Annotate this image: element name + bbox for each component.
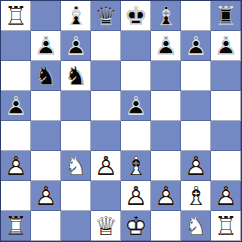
square-h2[interactable]: ♟: [211, 181, 241, 211]
square-e5[interactable]: ♟: [121, 91, 151, 121]
black-rook[interactable]: ♜: [214, 3, 237, 29]
square-h4[interactable]: [211, 121, 241, 151]
white-rook[interactable]: ♜: [4, 213, 27, 239]
chess-board: ♜♝♛♚♝♜♟♟♟♟♟♞♞♟♟♟♞♟♝♟♟♟♟♝♟♜♛♚♞♜: [0, 0, 242, 242]
square-a6[interactable]: [1, 61, 31, 91]
white-bishop[interactable]: ♝: [184, 183, 207, 209]
square-h7[interactable]: ♟: [211, 31, 241, 61]
white-pawn[interactable]: ♟: [214, 183, 237, 209]
square-c2[interactable]: [61, 181, 91, 211]
black-knight[interactable]: ♞: [34, 63, 57, 89]
black-pawn[interactable]: ♟: [214, 33, 237, 59]
square-b8[interactable]: [31, 1, 61, 31]
square-f1[interactable]: [151, 211, 181, 241]
square-e8[interactable]: ♚: [121, 1, 151, 31]
black-pawn[interactable]: ♟: [34, 33, 57, 59]
square-a3[interactable]: ♟: [1, 151, 31, 181]
square-c3[interactable]: ♞: [61, 151, 91, 181]
white-pawn[interactable]: ♟: [184, 153, 207, 179]
square-g7[interactable]: ♟: [181, 31, 211, 61]
black-pawn[interactable]: ♟: [124, 93, 147, 119]
white-king[interactable]: ♚: [124, 213, 147, 239]
square-d4[interactable]: [91, 121, 121, 151]
square-a7[interactable]: [1, 31, 31, 61]
square-f3[interactable]: [151, 151, 181, 181]
square-d6[interactable]: [91, 61, 121, 91]
square-f2[interactable]: ♟: [151, 181, 181, 211]
square-a5[interactable]: ♟: [1, 91, 31, 121]
square-g5[interactable]: [181, 91, 211, 121]
square-a1[interactable]: ♜: [1, 211, 31, 241]
square-c6[interactable]: ♞: [61, 61, 91, 91]
black-queen[interactable]: ♛: [94, 3, 117, 29]
square-b7[interactable]: ♟: [31, 31, 61, 61]
white-rook[interactable]: ♜: [4, 3, 27, 29]
square-a4[interactable]: [1, 121, 31, 151]
black-bishop[interactable]: ♝: [154, 3, 177, 29]
square-b2[interactable]: ♟: [31, 181, 61, 211]
square-c1[interactable]: [61, 211, 91, 241]
square-g2[interactable]: ♝: [181, 181, 211, 211]
square-h5[interactable]: [211, 91, 241, 121]
square-f6[interactable]: [151, 61, 181, 91]
square-e3[interactable]: ♝: [121, 151, 151, 181]
white-knight[interactable]: ♞: [64, 153, 87, 179]
square-d2[interactable]: [91, 181, 121, 211]
square-b3[interactable]: [31, 151, 61, 181]
black-pawn[interactable]: ♟: [4, 93, 27, 119]
square-d3[interactable]: ♟: [91, 151, 121, 181]
square-f8[interactable]: ♝: [151, 1, 181, 31]
square-g1[interactable]: ♞: [181, 211, 211, 241]
square-e1[interactable]: ♚: [121, 211, 151, 241]
square-f7[interactable]: ♟: [151, 31, 181, 61]
square-e7[interactable]: [121, 31, 151, 61]
square-b1[interactable]: [31, 211, 61, 241]
square-d5[interactable]: [91, 91, 121, 121]
square-b6[interactable]: ♞: [31, 61, 61, 91]
square-c7[interactable]: ♟: [61, 31, 91, 61]
black-pawn[interactable]: ♟: [64, 33, 87, 59]
square-c8[interactable]: ♝: [61, 1, 91, 31]
black-knight[interactable]: ♞: [64, 63, 87, 89]
white-knight[interactable]: ♞: [184, 213, 207, 239]
black-pawn[interactable]: ♟: [154, 33, 177, 59]
black-pawn[interactable]: ♟: [184, 33, 207, 59]
white-pawn[interactable]: ♟: [4, 153, 27, 179]
white-pawn[interactable]: ♟: [154, 183, 177, 209]
square-h6[interactable]: [211, 61, 241, 91]
black-king[interactable]: ♚: [124, 3, 147, 29]
square-e4[interactable]: [121, 121, 151, 151]
white-pawn[interactable]: ♟: [124, 183, 147, 209]
square-b5[interactable]: [31, 91, 61, 121]
white-rook[interactable]: ♜: [214, 213, 237, 239]
square-e6[interactable]: [121, 61, 151, 91]
square-d7[interactable]: [91, 31, 121, 61]
square-f4[interactable]: [151, 121, 181, 151]
square-g8[interactable]: [181, 1, 211, 31]
square-h8[interactable]: ♜: [211, 1, 241, 31]
square-a8[interactable]: ♜: [1, 1, 31, 31]
square-g6[interactable]: [181, 61, 211, 91]
square-h1[interactable]: ♜: [211, 211, 241, 241]
square-g4[interactable]: [181, 121, 211, 151]
square-a2[interactable]: [1, 181, 31, 211]
square-c4[interactable]: [61, 121, 91, 151]
square-g3[interactable]: ♟: [181, 151, 211, 181]
square-d8[interactable]: ♛: [91, 1, 121, 31]
white-queen[interactable]: ♛: [94, 213, 117, 239]
square-e2[interactable]: ♟: [121, 181, 151, 211]
square-h3[interactable]: [211, 151, 241, 181]
black-bishop[interactable]: ♝: [64, 3, 87, 29]
square-b4[interactable]: [31, 121, 61, 151]
white-pawn[interactable]: ♟: [94, 153, 117, 179]
white-pawn[interactable]: ♟: [34, 183, 57, 209]
square-d1[interactable]: ♛: [91, 211, 121, 241]
square-c5[interactable]: [61, 91, 91, 121]
square-f5[interactable]: [151, 91, 181, 121]
white-bishop[interactable]: ♝: [124, 153, 147, 179]
